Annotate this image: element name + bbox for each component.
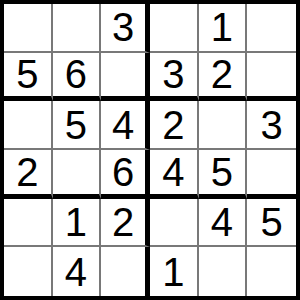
sudoku-cell-r3c5[interactable]	[199, 101, 248, 150]
sudoku-board: 31563254232645124541	[0, 0, 300, 300]
sudoku-cell-r6c2[interactable]: 4	[53, 247, 102, 296]
sudoku-cell-r6c3[interactable]	[101, 247, 150, 296]
sudoku-cell-r2c6[interactable]	[247, 53, 296, 102]
sudoku-cell-r1c4[interactable]	[150, 4, 199, 53]
sudoku-cell-r3c4[interactable]: 2	[150, 101, 199, 150]
sudoku-cell-r3c2[interactable]: 5	[53, 101, 102, 150]
sudoku-cell-r6c4[interactable]: 1	[150, 247, 199, 296]
sudoku-cell-r5c1[interactable]	[4, 199, 53, 248]
sudoku-cell-r2c2[interactable]: 6	[53, 53, 102, 102]
page-background: 31563254232645124541	[0, 0, 300, 300]
sudoku-cell-r3c1[interactable]	[4, 101, 53, 150]
sudoku-cell-r1c3[interactable]: 3	[101, 4, 150, 53]
sudoku-cell-r3c6[interactable]: 3	[247, 101, 296, 150]
sudoku-cell-r5c6[interactable]: 5	[247, 199, 296, 248]
sudoku-cell-r2c4[interactable]: 3	[150, 53, 199, 102]
sudoku-cell-r3c3[interactable]: 4	[101, 101, 150, 150]
sudoku-cell-r4c3[interactable]: 6	[101, 150, 150, 199]
sudoku-cell-r6c6[interactable]	[247, 247, 296, 296]
sudoku-cell-r5c3[interactable]: 2	[101, 199, 150, 248]
sudoku-cell-r4c5[interactable]: 5	[199, 150, 248, 199]
sudoku-cell-r2c3[interactable]	[101, 53, 150, 102]
sudoku-cell-r4c6[interactable]	[247, 150, 296, 199]
sudoku-cell-r2c1[interactable]: 5	[4, 53, 53, 102]
sudoku-cell-r5c2[interactable]: 1	[53, 199, 102, 248]
sudoku-cell-r4c4[interactable]: 4	[150, 150, 199, 199]
sudoku-cell-r4c1[interactable]: 2	[4, 150, 53, 199]
sudoku-cell-r1c5[interactable]: 1	[199, 4, 248, 53]
sudoku-cell-r4c2[interactable]	[53, 150, 102, 199]
sudoku-cell-r1c2[interactable]	[53, 4, 102, 53]
sudoku-cell-r6c5[interactable]	[199, 247, 248, 296]
sudoku-cell-r1c1[interactable]	[4, 4, 53, 53]
sudoku-cell-r1c6[interactable]	[247, 4, 296, 53]
sudoku-cell-r5c4[interactable]	[150, 199, 199, 248]
sudoku-cell-r2c5[interactable]: 2	[199, 53, 248, 102]
sudoku-cell-r5c5[interactable]: 4	[199, 199, 248, 248]
sudoku-cell-r6c1[interactable]	[4, 247, 53, 296]
